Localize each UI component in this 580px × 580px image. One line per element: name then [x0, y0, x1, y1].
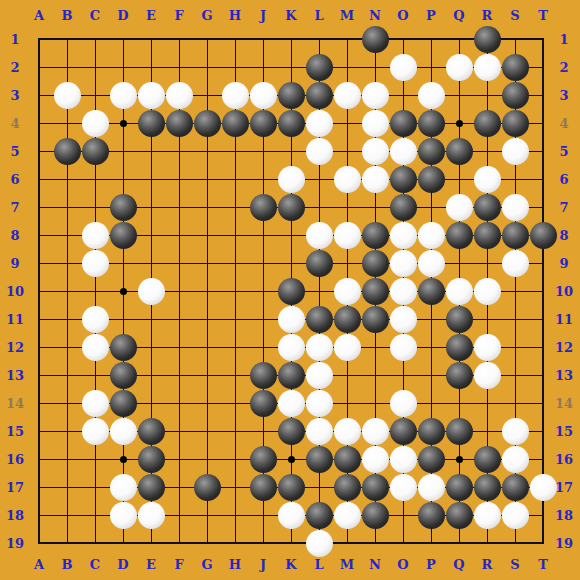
stone-black[interactable]: [390, 166, 417, 193]
stone-black[interactable]: [474, 26, 501, 53]
star-point: [120, 288, 127, 295]
stone-black[interactable]: [194, 474, 221, 501]
stone-black[interactable]: [306, 250, 333, 277]
stone-white[interactable]: [502, 194, 529, 221]
star-point: [288, 456, 295, 463]
stone-black[interactable]: [474, 222, 501, 249]
stone-black[interactable]: [110, 222, 137, 249]
stone-black[interactable]: [278, 418, 305, 445]
stone-white[interactable]: [110, 82, 137, 109]
stone-black[interactable]: [502, 54, 529, 81]
stone-black[interactable]: [418, 502, 445, 529]
stone-black[interactable]: [138, 110, 165, 137]
stone-white[interactable]: [446, 278, 473, 305]
stone-black[interactable]: [306, 82, 333, 109]
stone-white[interactable]: [530, 474, 557, 501]
stone-white[interactable]: [138, 502, 165, 529]
stone-white[interactable]: [278, 166, 305, 193]
stone-white[interactable]: [306, 530, 333, 557]
stone-black[interactable]: [502, 474, 529, 501]
stone-white[interactable]: [334, 166, 361, 193]
stone-black[interactable]: [110, 362, 137, 389]
stone-white[interactable]: [362, 138, 389, 165]
stone-white[interactable]: [474, 502, 501, 529]
stone-white[interactable]: [278, 390, 305, 417]
stone-black[interactable]: [446, 306, 473, 333]
stone-white[interactable]: [278, 334, 305, 361]
stone-white[interactable]: [82, 390, 109, 417]
stone-black[interactable]: [390, 110, 417, 137]
stone-black[interactable]: [278, 194, 305, 221]
stone-white[interactable]: [362, 418, 389, 445]
stone-white[interactable]: [474, 54, 501, 81]
stone-black[interactable]: [54, 138, 81, 165]
star-point: [120, 120, 127, 127]
stone-white[interactable]: [82, 250, 109, 277]
stone-black[interactable]: [82, 138, 109, 165]
stone-black[interactable]: [138, 446, 165, 473]
stone-black[interactable]: [530, 222, 557, 249]
stone-black[interactable]: [334, 474, 361, 501]
stone-white[interactable]: [278, 502, 305, 529]
stone-white[interactable]: [446, 194, 473, 221]
stone-white[interactable]: [82, 334, 109, 361]
stone-white[interactable]: [334, 222, 361, 249]
stone-black[interactable]: [446, 334, 473, 361]
stone-black[interactable]: [306, 446, 333, 473]
stone-black[interactable]: [250, 194, 277, 221]
stone-black[interactable]: [474, 474, 501, 501]
stone-black[interactable]: [502, 110, 529, 137]
stone-black[interactable]: [334, 446, 361, 473]
stone-white[interactable]: [390, 54, 417, 81]
stone-white[interactable]: [390, 306, 417, 333]
stone-black[interactable]: [278, 110, 305, 137]
stone-white[interactable]: [138, 278, 165, 305]
stone-white[interactable]: [390, 222, 417, 249]
stone-black[interactable]: [110, 390, 137, 417]
stone-white[interactable]: [474, 166, 501, 193]
stone-white[interactable]: [362, 110, 389, 137]
stone-white[interactable]: [278, 306, 305, 333]
stone-black[interactable]: [166, 110, 193, 137]
stone-black[interactable]: [334, 306, 361, 333]
stone-black[interactable]: [278, 362, 305, 389]
stone-white[interactable]: [502, 250, 529, 277]
stone-white[interactable]: [390, 138, 417, 165]
stone-black[interactable]: [306, 54, 333, 81]
stone-white[interactable]: [390, 446, 417, 473]
stone-black[interactable]: [278, 278, 305, 305]
stone-white[interactable]: [474, 362, 501, 389]
stone-white[interactable]: [390, 278, 417, 305]
stone-white[interactable]: [390, 390, 417, 417]
stone-white[interactable]: [502, 502, 529, 529]
stone-black[interactable]: [446, 418, 473, 445]
stone-white[interactable]: [82, 418, 109, 445]
stone-black[interactable]: [474, 446, 501, 473]
stone-white[interactable]: [110, 418, 137, 445]
stone-white[interactable]: [502, 446, 529, 473]
stone-black[interactable]: [278, 474, 305, 501]
stone-white[interactable]: [446, 54, 473, 81]
stone-white[interactable]: [54, 82, 81, 109]
stone-white[interactable]: [334, 82, 361, 109]
stone-white[interactable]: [334, 334, 361, 361]
stone-white[interactable]: [362, 166, 389, 193]
stone-white[interactable]: [334, 502, 361, 529]
stone-black[interactable]: [138, 474, 165, 501]
stone-black[interactable]: [362, 306, 389, 333]
stone-white[interactable]: [138, 82, 165, 109]
stone-white[interactable]: [418, 250, 445, 277]
stone-black[interactable]: [222, 110, 249, 137]
stone-black[interactable]: [362, 26, 389, 53]
stone-white[interactable]: [334, 278, 361, 305]
stone-black[interactable]: [250, 110, 277, 137]
stone-white[interactable]: [110, 474, 137, 501]
stone-black[interactable]: [446, 138, 473, 165]
stone-black[interactable]: [418, 418, 445, 445]
stone-black[interactable]: [306, 502, 333, 529]
stone-black[interactable]: [418, 166, 445, 193]
stone-black[interactable]: [250, 474, 277, 501]
stone-black[interactable]: [250, 446, 277, 473]
stone-white[interactable]: [110, 502, 137, 529]
stone-white[interactable]: [82, 306, 109, 333]
stone-white[interactable]: [250, 82, 277, 109]
star-point: [456, 456, 463, 463]
stone-black[interactable]: [306, 306, 333, 333]
stone-black[interactable]: [418, 110, 445, 137]
stone-white[interactable]: [306, 362, 333, 389]
stone-white[interactable]: [362, 82, 389, 109]
stone-black[interactable]: [390, 418, 417, 445]
grid-line-vertical: [542, 38, 544, 544]
stone-white[interactable]: [474, 278, 501, 305]
stone-black[interactable]: [362, 250, 389, 277]
stone-black[interactable]: [362, 502, 389, 529]
stone-black[interactable]: [446, 362, 473, 389]
stone-black[interactable]: [138, 418, 165, 445]
stone-white[interactable]: [306, 334, 333, 361]
stone-black[interactable]: [446, 222, 473, 249]
stone-black[interactable]: [418, 278, 445, 305]
stone-white[interactable]: [222, 82, 249, 109]
stone-white[interactable]: [502, 138, 529, 165]
stone-white[interactable]: [390, 250, 417, 277]
stone-white[interactable]: [474, 334, 501, 361]
stone-black[interactable]: [250, 390, 277, 417]
stone-black[interactable]: [502, 222, 529, 249]
stone-white[interactable]: [306, 390, 333, 417]
stone-white[interactable]: [418, 474, 445, 501]
stone-white[interactable]: [82, 222, 109, 249]
stone-black[interactable]: [362, 474, 389, 501]
stone-black[interactable]: [250, 362, 277, 389]
stone-white[interactable]: [390, 474, 417, 501]
stone-black[interactable]: [390, 194, 417, 221]
stone-black[interactable]: [474, 194, 501, 221]
go-board[interactable]: [0, 0, 580, 580]
stone-black[interactable]: [474, 110, 501, 137]
stone-black[interactable]: [110, 334, 137, 361]
stone-white[interactable]: [390, 334, 417, 361]
stone-white[interactable]: [306, 138, 333, 165]
stone-white[interactable]: [362, 446, 389, 473]
stone-black[interactable]: [502, 82, 529, 109]
stone-white[interactable]: [334, 418, 361, 445]
stone-black[interactable]: [362, 222, 389, 249]
star-point: [456, 120, 463, 127]
stone-white[interactable]: [306, 110, 333, 137]
stone-black[interactable]: [418, 446, 445, 473]
stone-black[interactable]: [194, 110, 221, 137]
star-point: [120, 456, 127, 463]
stone-black[interactable]: [362, 278, 389, 305]
go-board-screen: ABCDEFGHJKLMNOPQRST ABCDEFGHJKLMNOPQRST …: [0, 0, 580, 580]
stone-black[interactable]: [446, 502, 473, 529]
stone-white[interactable]: [166, 82, 193, 109]
stone-white[interactable]: [306, 418, 333, 445]
stone-black[interactable]: [110, 194, 137, 221]
stone-white[interactable]: [502, 418, 529, 445]
grid-line-horizontal: [38, 542, 544, 544]
stone-white[interactable]: [306, 222, 333, 249]
stone-white[interactable]: [418, 222, 445, 249]
stone-black[interactable]: [278, 82, 305, 109]
stone-black[interactable]: [418, 138, 445, 165]
stone-white[interactable]: [418, 82, 445, 109]
stone-black[interactable]: [446, 474, 473, 501]
stone-white[interactable]: [82, 110, 109, 137]
